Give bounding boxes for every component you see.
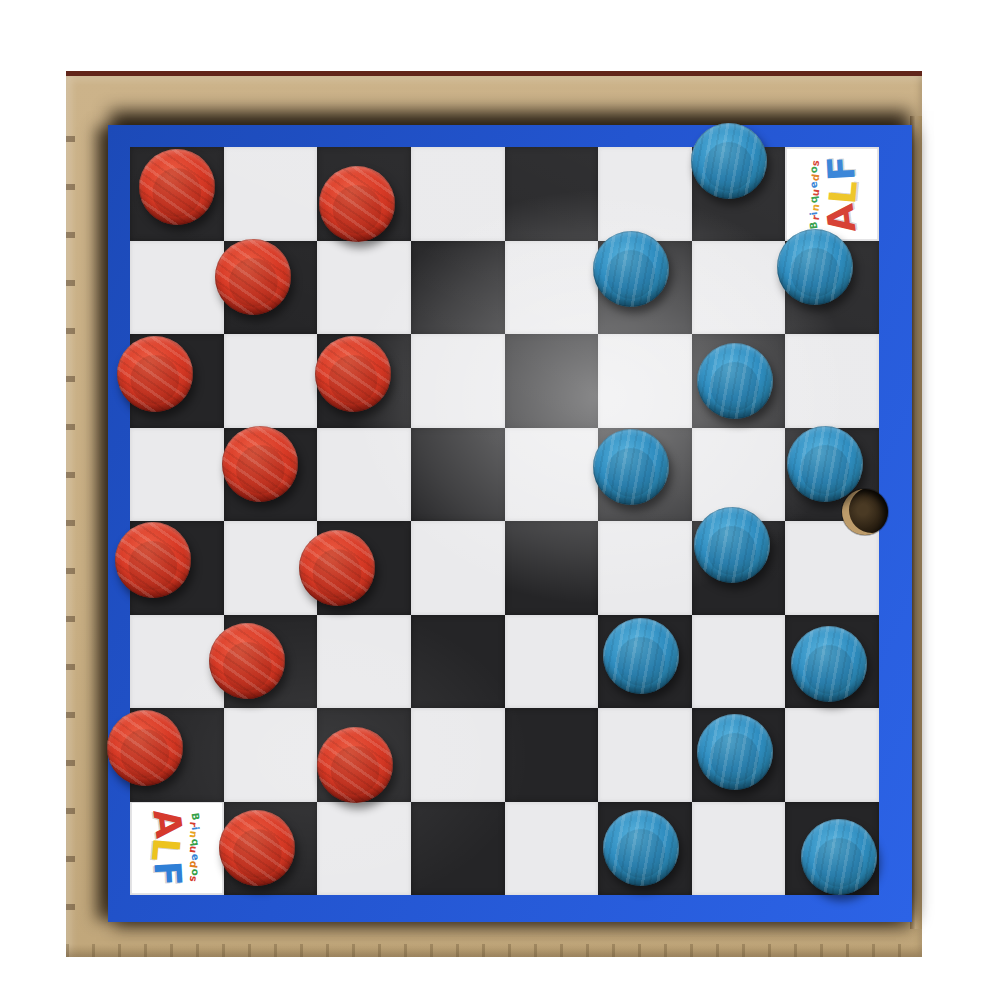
brand-big-text-letter: A xyxy=(148,807,188,840)
checker-piece-glyph: ● xyxy=(127,342,183,406)
square-e6[interactable] xyxy=(505,334,599,428)
blue-checker[interactable]: ● xyxy=(694,507,770,583)
square-h8[interactable]: BrinquedosALF xyxy=(785,147,879,241)
square-d1[interactable] xyxy=(411,802,505,896)
square-d2[interactable] xyxy=(411,708,505,802)
square-e5[interactable] xyxy=(505,428,599,522)
checker-piece-glyph: ● xyxy=(787,235,843,299)
red-checker[interactable]: ● xyxy=(115,522,191,598)
board-blue-frame: BrinquedosALFBrinquedosALF●●●●●●●●●●●●●●… xyxy=(108,125,912,922)
blue-checker[interactable]: ● xyxy=(691,123,767,199)
checker-piece-glyph: ● xyxy=(325,342,381,406)
square-c5[interactable] xyxy=(317,428,411,522)
square-d3[interactable] xyxy=(411,615,505,709)
box-left-corrugated-edge xyxy=(66,136,75,917)
red-checker[interactable]: ● xyxy=(315,336,391,412)
square-g7[interactable] xyxy=(692,241,786,335)
brand-big-text: ALF xyxy=(149,810,186,888)
checker-piece-glyph: ● xyxy=(701,129,757,193)
checker-piece-glyph: ● xyxy=(811,825,867,889)
alf-brinquedos-logo: BrinquedosALF xyxy=(132,803,222,893)
checker-piece-glyph: ● xyxy=(603,237,659,301)
checker-piece-glyph: ● xyxy=(327,733,383,797)
square-e8[interactable] xyxy=(505,147,599,241)
brand-small-text-letter: u xyxy=(810,187,821,196)
brand-big-text-letter: L xyxy=(146,836,185,863)
checker-piece-glyph: ● xyxy=(125,528,181,592)
box-bottom-corrugation xyxy=(66,944,922,957)
square-g3[interactable] xyxy=(692,615,786,709)
square-d8[interactable] xyxy=(411,147,505,241)
checker-piece-glyph: ● xyxy=(220,629,276,693)
square-h6[interactable] xyxy=(785,334,879,428)
blue-checker[interactable]: ● xyxy=(593,231,669,307)
checker-piece-glyph: ● xyxy=(226,245,282,309)
brand-big-text-letter: F xyxy=(149,861,187,888)
checker-piece-glyph: ● xyxy=(149,155,205,219)
blue-checker[interactable]: ● xyxy=(787,426,863,502)
red-checker[interactable]: ● xyxy=(117,336,193,412)
checker-piece-glyph: ● xyxy=(801,632,857,696)
red-checker[interactable]: ● xyxy=(319,166,395,242)
red-checker[interactable]: ● xyxy=(139,149,215,225)
square-b2[interactable] xyxy=(224,708,318,802)
checker-piece-glyph: ● xyxy=(603,435,659,499)
red-checker[interactable]: ● xyxy=(215,239,291,315)
blue-checker[interactable]: ● xyxy=(593,429,669,505)
square-e2[interactable] xyxy=(505,708,599,802)
blue-checker[interactable]: ● xyxy=(801,819,877,895)
square-b6[interactable] xyxy=(224,334,318,428)
checker-piece-glyph: ● xyxy=(230,816,286,880)
blue-checker[interactable]: ● xyxy=(603,810,679,886)
square-f4[interactable] xyxy=(598,521,692,615)
checker-piece-glyph: ● xyxy=(797,432,853,496)
square-d7[interactable] xyxy=(411,241,505,335)
square-a5[interactable] xyxy=(130,428,224,522)
square-b8[interactable] xyxy=(224,147,318,241)
red-checker[interactable]: ● xyxy=(107,710,183,786)
brand-big-text: ALF xyxy=(823,155,860,233)
square-g1[interactable] xyxy=(692,802,786,896)
square-c3[interactable] xyxy=(317,615,411,709)
brand-small-text-letter: B xyxy=(808,220,819,229)
blue-checker[interactable]: ● xyxy=(603,618,679,694)
brand-small-text: Brinquedos xyxy=(188,814,204,883)
square-f8[interactable] xyxy=(598,147,692,241)
checker-piece-glyph: ● xyxy=(707,720,763,784)
square-f6[interactable] xyxy=(598,334,692,428)
red-checker[interactable]: ● xyxy=(219,810,295,886)
red-checker[interactable]: ● xyxy=(222,426,298,502)
checker-piece-glyph: ● xyxy=(613,624,669,688)
checker-piece-glyph: ● xyxy=(309,536,365,600)
square-e3[interactable] xyxy=(505,615,599,709)
brand-small-text: Brinquedos xyxy=(805,159,821,228)
red-checker[interactable]: ● xyxy=(317,727,393,803)
square-h4[interactable] xyxy=(785,521,879,615)
cardboard-game-box: BrinquedosALFBrinquedosALF●●●●●●●●●●●●●●… xyxy=(66,71,922,957)
alf-brinquedos-logo: BrinquedosALF xyxy=(787,149,877,239)
square-c1[interactable] xyxy=(317,802,411,896)
square-f2[interactable] xyxy=(598,708,692,802)
checker-piece-glyph: ● xyxy=(233,432,289,496)
blue-checker[interactable]: ● xyxy=(791,626,867,702)
blue-checker[interactable]: ● xyxy=(697,343,773,419)
red-checker[interactable]: ● xyxy=(299,530,375,606)
checkers-board: BrinquedosALFBrinquedosALF●●●●●●●●●●●●●●… xyxy=(130,147,879,895)
checker-piece-glyph: ● xyxy=(707,349,763,413)
square-d6[interactable] xyxy=(411,334,505,428)
blue-checker[interactable]: ● xyxy=(777,229,853,305)
square-a1[interactable]: BrinquedosALF xyxy=(130,802,224,896)
square-c7[interactable] xyxy=(317,241,411,335)
brand-small-text-letter: s xyxy=(188,876,199,884)
checker-piece-glyph: ● xyxy=(329,172,385,236)
brand-big-text-letter: F xyxy=(822,154,860,181)
checker-piece-glyph: ● xyxy=(613,816,669,880)
square-h2[interactable] xyxy=(785,708,879,802)
checker-piece-glyph: ● xyxy=(117,716,173,780)
square-a7[interactable] xyxy=(130,241,224,335)
blue-checker[interactable]: ● xyxy=(697,714,773,790)
red-checker[interactable]: ● xyxy=(209,623,285,699)
brand-big-text-letter: L xyxy=(824,179,863,206)
square-d4[interactable] xyxy=(411,521,505,615)
square-e1[interactable] xyxy=(505,802,599,896)
square-d5[interactable] xyxy=(411,428,505,522)
square-e4[interactable] xyxy=(505,521,599,615)
square-e7[interactable] xyxy=(505,241,599,335)
checker-piece-glyph: ● xyxy=(704,513,760,577)
